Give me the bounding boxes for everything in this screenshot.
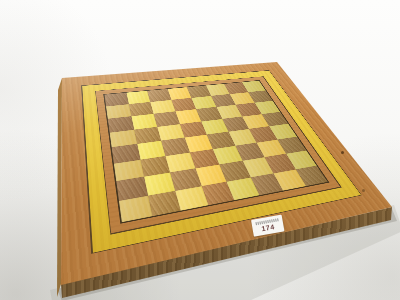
frame-pin-hole bbox=[362, 189, 365, 192]
chessboard bbox=[61, 62, 392, 285]
light-sheen-overlay bbox=[61, 62, 392, 285]
frame-pin-hole bbox=[341, 151, 344, 154]
photo-background: 174 bbox=[0, 0, 400, 300]
lot-number: 174 bbox=[261, 223, 275, 232]
